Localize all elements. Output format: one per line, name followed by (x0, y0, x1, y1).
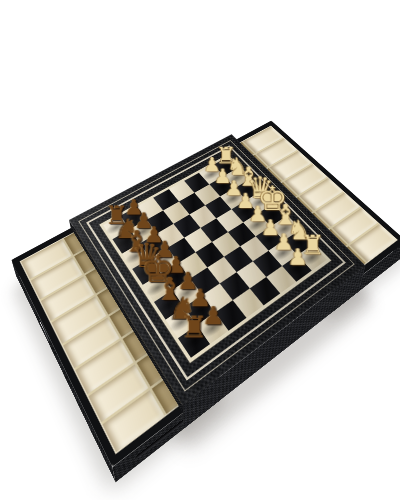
piece-black-rook-h8[interactable]: ♜ (172, 294, 218, 343)
piece-white-pawn-h2[interactable]: ♟ (277, 225, 319, 269)
perspective-stage: ♜♞♝♛♚♝♞♜♟♟♟♟♟♟♟♟♟♟♟♟♟♟♟♟♜♞♝♛♚♝♞♜ (0, 0, 400, 500)
black-rook-icon: ♜ (181, 312, 208, 342)
product-photo-canvas: ♜♞♝♛♚♝♞♜♟♟♟♟♟♟♟♟♟♟♟♟♟♟♟♟♜♞♝♛♚♝♞♜ (0, 0, 400, 500)
white-pawn-icon: ♟ (287, 246, 308, 269)
